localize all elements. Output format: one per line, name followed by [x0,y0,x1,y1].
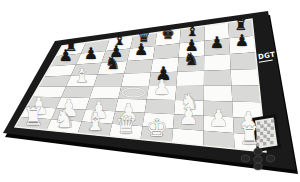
piece-black-pawn-b7[interactable]: ♟ [84,44,98,63]
display-diagram-cell [264,120,267,123]
display-diagram-cell [263,138,266,141]
piece-black-pawn-h7[interactable]: ♟ [235,31,249,50]
square-f5[interactable] [176,71,204,86]
piece-black-knight-c6[interactable]: ♞ [105,53,121,73]
piece-white-queen-d1[interactable]: ♛ [115,110,137,139]
display-diagram-cell [261,121,264,124]
square-d6[interactable] [124,59,153,73]
square-g5[interactable] [204,70,232,86]
display-diagram-cell [270,137,273,140]
button-center[interactable] [254,156,262,163]
display-diagram-cell [267,138,270,141]
display-diagram-cell [271,130,274,133]
piece-white-bishop-c1[interactable]: ♝ [84,107,106,136]
display-diagram-cell [267,141,270,144]
square-g4[interactable] [204,86,233,102]
dgt-centaur-board-photo: DGT ♜♝♚♛♝♟♟♟♜♟♟♟♟♞♞♟♝♟♞♟♟♟♟♟♜♟♞♟♝♛♚♜ [0,0,300,182]
square-g6[interactable] [204,54,231,71]
square-h4[interactable] [231,86,260,103]
display-diagram-cell [270,134,273,137]
piece-white-rook-h1[interactable]: ♜ [239,121,261,150]
button-down[interactable] [254,163,262,170]
display-diagram-cell [263,135,266,138]
display-diagram-cell [264,124,267,127]
piece-white-pawn-e4[interactable]: ♟ [153,75,171,99]
square-d5[interactable] [121,73,151,87]
display-diagram-cell [263,142,266,145]
piece-black-knight-f6[interactable]: ♞ [183,49,199,69]
button-left[interactable] [241,155,249,162]
display-diagram-cell [267,123,270,126]
display-diagram-cell [264,128,267,131]
square-c5[interactable] [94,74,125,87]
piece-white-knight-b1[interactable]: ♞ [53,104,75,133]
display-diagram-cell [271,123,274,126]
piece-white-rook-a1[interactable]: ♜ [22,102,44,131]
display-diagram-cell [267,131,270,134]
piece-black-pawn-g7[interactable]: ♟ [210,33,224,52]
display-diagram-cell [260,125,263,128]
square-h5[interactable] [231,69,259,86]
piece-black-pawn-d7[interactable]: ♟ [134,40,148,59]
display-diagram-cell [267,134,270,137]
button-right[interactable] [266,155,274,162]
piece-black-king-e8[interactable]: ♚ [162,25,175,42]
piece-white-king-e1[interactable]: ♚ [146,113,168,142]
square-h6[interactable] [230,52,257,70]
chess-board-scene: DGT ♜♝♚♛♝♟♟♟♜♟♟♟♟♞♞♟♝♟♞♟♟♟♟♟♜♟♞♟♝♛♚♜ [0,0,300,182]
display-diagram-cell [267,127,270,130]
display-diagram-cell [268,120,271,123]
square-e7[interactable] [153,43,180,59]
display-diagram-cell [271,119,274,122]
display-diagram-cell [271,127,274,130]
piece-white-pawn-f2[interactable]: ♟ [178,103,199,129]
piece-white-pawn-g2[interactable]: ♟ [208,105,229,131]
display-diagram-cell [264,131,267,134]
display-diagram-cell [260,128,263,131]
piece-black-pawn-a7[interactable]: ♟ [59,46,73,65]
piece-white-bishop-b5[interactable]: ♝ [74,65,91,86]
display-diagram-cell [270,141,273,144]
